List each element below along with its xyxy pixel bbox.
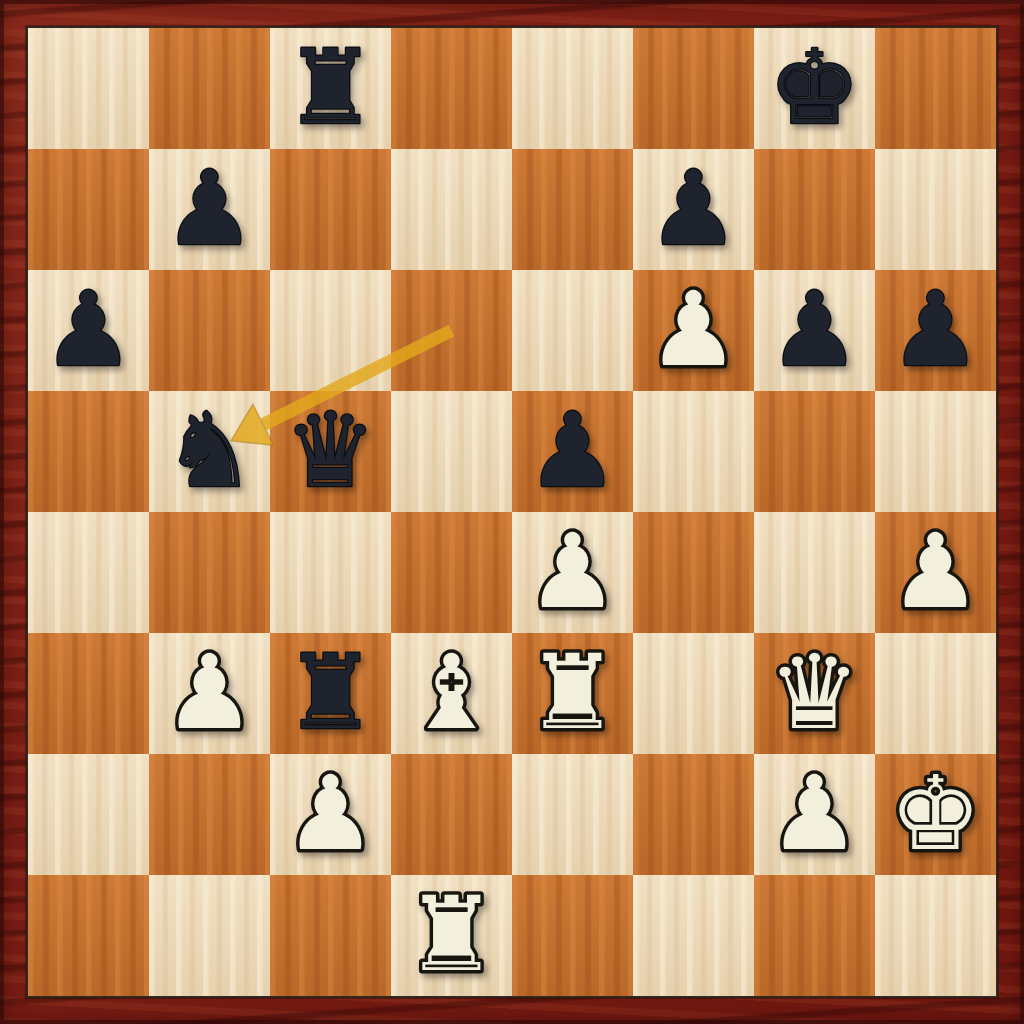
piece-white-pawn: ♟ [270, 754, 391, 875]
piece-black-knight: ♞ [149, 391, 270, 512]
square-g4[interactable] [754, 512, 875, 633]
square-d3[interactable]: ♝ [391, 633, 512, 754]
square-d7[interactable] [391, 149, 512, 270]
square-d6[interactable] [391, 270, 512, 391]
square-e5[interactable]: ♟ [512, 391, 633, 512]
svg-text:♟: ♟ [42, 270, 134, 389]
square-b5[interactable]: ♞ [149, 391, 270, 512]
square-e4[interactable]: ♟ [512, 512, 633, 633]
svg-text:♟: ♟ [768, 754, 860, 873]
svg-text:♟: ♟ [526, 512, 618, 631]
piece-white-king: ♚ [875, 754, 996, 875]
square-d8[interactable] [391, 28, 512, 149]
square-a2[interactable] [28, 754, 149, 875]
square-f4[interactable] [633, 512, 754, 633]
svg-text:♟: ♟ [526, 391, 618, 510]
square-e2[interactable] [512, 754, 633, 875]
square-c7[interactable] [270, 149, 391, 270]
piece-white-pawn: ♟ [754, 754, 875, 875]
piece-black-pawn: ♟ [512, 391, 633, 512]
square-h1[interactable] [875, 875, 996, 996]
piece-black-queen: ♛ [270, 391, 391, 512]
square-a7[interactable] [28, 149, 149, 270]
square-a4[interactable] [28, 512, 149, 633]
piece-white-pawn: ♟ [512, 512, 633, 633]
square-c4[interactable] [270, 512, 391, 633]
svg-text:♟: ♟ [284, 754, 376, 873]
square-a6[interactable]: ♟ [28, 270, 149, 391]
piece-black-pawn: ♟ [875, 270, 996, 391]
square-f8[interactable] [633, 28, 754, 149]
square-b7[interactable]: ♟ [149, 149, 270, 270]
square-g8[interactable]: ♚ [754, 28, 875, 149]
svg-text:♟: ♟ [163, 633, 255, 752]
chess-board: ♜♚♟♟♟♟♟♟♞♛♟♟♟♟♜♝♜♛♟♟♚♜ [26, 26, 998, 998]
piece-white-pawn: ♟ [149, 633, 270, 754]
piece-black-rook: ♜ [270, 28, 391, 149]
square-e6[interactable] [512, 270, 633, 391]
svg-text:♟: ♟ [889, 270, 981, 389]
square-h4[interactable]: ♟ [875, 512, 996, 633]
square-g3[interactable]: ♛ [754, 633, 875, 754]
square-f2[interactable] [633, 754, 754, 875]
square-a5[interactable] [28, 391, 149, 512]
square-c8[interactable]: ♜ [270, 28, 391, 149]
square-a3[interactable] [28, 633, 149, 754]
piece-black-pawn: ♟ [754, 270, 875, 391]
square-e1[interactable] [512, 875, 633, 996]
square-d2[interactable] [391, 754, 512, 875]
piece-white-pawn: ♟ [875, 512, 996, 633]
square-f6[interactable]: ♟ [633, 270, 754, 391]
square-f7[interactable]: ♟ [633, 149, 754, 270]
svg-text:♜: ♜ [284, 28, 376, 147]
square-c1[interactable] [270, 875, 391, 996]
piece-black-pawn: ♟ [633, 149, 754, 270]
square-b3[interactable]: ♟ [149, 633, 270, 754]
svg-text:♟: ♟ [889, 512, 981, 631]
square-a1[interactable] [28, 875, 149, 996]
square-e8[interactable] [512, 28, 633, 149]
square-c5[interactable]: ♛ [270, 391, 391, 512]
square-b6[interactable] [149, 270, 270, 391]
square-d5[interactable] [391, 391, 512, 512]
svg-text:♟: ♟ [163, 149, 255, 268]
svg-text:♚: ♚ [768, 28, 860, 147]
piece-white-pawn: ♟ [633, 270, 754, 391]
square-b1[interactable] [149, 875, 270, 996]
square-e7[interactable] [512, 149, 633, 270]
square-g5[interactable] [754, 391, 875, 512]
svg-text:♜: ♜ [405, 875, 497, 994]
square-c2[interactable]: ♟ [270, 754, 391, 875]
square-a8[interactable] [28, 28, 149, 149]
svg-text:♟: ♟ [768, 270, 860, 389]
piece-black-king: ♚ [754, 28, 875, 149]
square-h6[interactable]: ♟ [875, 270, 996, 391]
square-d1[interactable]: ♜ [391, 875, 512, 996]
piece-white-rook: ♜ [512, 633, 633, 754]
square-c3[interactable]: ♜ [270, 633, 391, 754]
square-h8[interactable] [875, 28, 996, 149]
svg-text:♞: ♞ [163, 391, 255, 510]
square-g2[interactable]: ♟ [754, 754, 875, 875]
square-g1[interactable] [754, 875, 875, 996]
svg-text:♛: ♛ [768, 633, 860, 752]
svg-text:♚: ♚ [889, 754, 981, 873]
svg-text:♟: ♟ [647, 270, 739, 389]
piece-white-rook: ♜ [391, 875, 512, 996]
square-f5[interactable] [633, 391, 754, 512]
square-c6[interactable] [270, 270, 391, 391]
square-g6[interactable]: ♟ [754, 270, 875, 391]
svg-text:♜: ♜ [526, 633, 618, 752]
square-f3[interactable] [633, 633, 754, 754]
square-b2[interactable] [149, 754, 270, 875]
piece-black-pawn: ♟ [28, 270, 149, 391]
square-h5[interactable] [875, 391, 996, 512]
piece-black-rook: ♜ [270, 633, 391, 754]
svg-text:♛: ♛ [284, 391, 376, 510]
square-h2[interactable]: ♚ [875, 754, 996, 875]
square-g7[interactable] [754, 149, 875, 270]
square-h3[interactable] [875, 633, 996, 754]
square-b8[interactable] [149, 28, 270, 149]
piece-white-queen: ♛ [754, 633, 875, 754]
square-e3[interactable]: ♜ [512, 633, 633, 754]
square-f1[interactable] [633, 875, 754, 996]
square-d4[interactable] [391, 512, 512, 633]
square-h7[interactable] [875, 149, 996, 270]
svg-text:♝: ♝ [405, 633, 497, 752]
square-b4[interactable] [149, 512, 270, 633]
svg-text:♜: ♜ [284, 633, 376, 752]
svg-text:♟: ♟ [647, 149, 739, 268]
piece-black-pawn: ♟ [149, 149, 270, 270]
piece-white-bishop: ♝ [391, 633, 512, 754]
